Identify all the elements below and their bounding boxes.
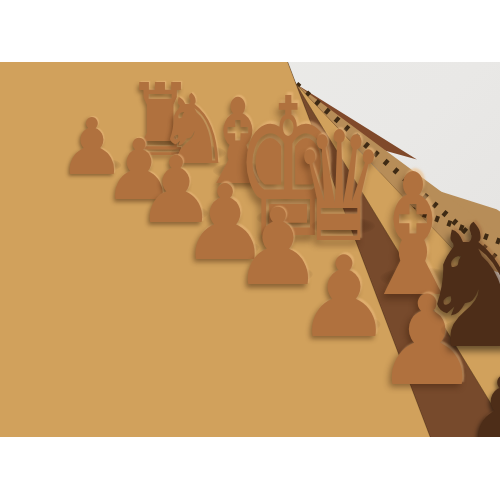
piece-pawn-h2[interactable]: ♟ [466,365,500,437]
letterbox-top [0,0,500,62]
chess-set-photo: ♟♜♟♞♟♝♟♚♟♛♟♝♟♞♟ [0,0,500,500]
piece-knight-h1[interactable]: ♞ [414,202,500,372]
letterbox-bottom [0,437,500,500]
photo-area: ♟♜♟♞♟♝♟♚♟♛♟♝♟♞♟ [0,62,500,437]
